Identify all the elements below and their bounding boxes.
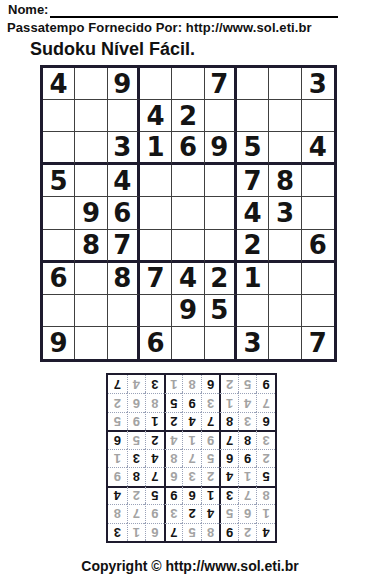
- solution-cell-r3c7: 5: [145, 486, 164, 504]
- cell-r4c5[interactable]: [172, 165, 204, 197]
- solution-cell-r5c8: 3: [127, 449, 146, 467]
- cell-r4c9[interactable]: [302, 165, 334, 197]
- cell-r4c4[interactable]: [140, 165, 172, 197]
- cell-r7c3: 8: [108, 263, 140, 295]
- cell-r1c5[interactable]: [172, 68, 204, 100]
- cell-r4c2[interactable]: [75, 165, 107, 197]
- cell-r5c8: 3: [269, 197, 301, 229]
- cell-r8c7[interactable]: [237, 295, 269, 327]
- solution-cell-r2c8: 7: [127, 504, 146, 522]
- cell-r8c4[interactable]: [140, 295, 172, 327]
- cell-r4c1: 5: [43, 165, 75, 197]
- solution-cell-r6c8: 5: [127, 430, 146, 448]
- cell-r1c6: 7: [205, 68, 237, 100]
- solution-cell-r8c4: 3: [201, 393, 220, 411]
- solution-cell-r1c6: 7: [164, 523, 183, 541]
- cell-r7c2[interactable]: [75, 263, 107, 295]
- solution-cell-r4c8: 8: [127, 467, 146, 485]
- solution-cell-r2c1: 1: [256, 504, 275, 522]
- solution-cell-r2c3: 5: [219, 504, 238, 522]
- solution-cell-r1c2: 2: [238, 523, 257, 541]
- solution-cell-r6c6: 4: [164, 430, 183, 448]
- solution-cell-r8c9: 2: [108, 393, 127, 411]
- cell-r5c4[interactable]: [140, 197, 172, 229]
- cell-r1c7[interactable]: [237, 68, 269, 100]
- solution-cell-r4c5: 3: [182, 467, 201, 485]
- solution-cell-r4c7: 7: [145, 467, 164, 485]
- cell-r7c4: 7: [140, 263, 172, 295]
- cell-r4c6[interactable]: [205, 165, 237, 197]
- cell-r7c9[interactable]: [302, 263, 334, 295]
- solution-cell-r4c6: 6: [164, 467, 183, 485]
- solution-cell-r7c1: 6: [256, 412, 275, 430]
- solution-cell-r8c2: 4: [238, 393, 257, 411]
- cell-r3c8[interactable]: [269, 132, 301, 165]
- cell-r6c8[interactable]: [269, 230, 301, 263]
- cell-r5c3: 6: [108, 197, 140, 229]
- cell-r9c8[interactable]: [269, 327, 301, 359]
- solution-cell-r1c3: 9: [219, 523, 238, 541]
- cell-r8c3[interactable]: [108, 295, 140, 327]
- solution-cell-r3c8: 2: [127, 486, 146, 504]
- cell-r8c6: 5: [205, 295, 237, 327]
- solution-cell-r6c1: 3: [256, 430, 275, 448]
- solution-cell-r2c2: 6: [238, 504, 257, 522]
- solution-cell-r5c1: 2: [256, 449, 275, 467]
- solution-cell-r7c9: 5: [108, 412, 127, 430]
- cell-r6c2: 8: [75, 230, 107, 263]
- solution-cell-r9c9: 7: [108, 375, 127, 393]
- cell-r2c3[interactable]: [108, 100, 140, 132]
- solution-cell-r6c9: 6: [108, 430, 127, 448]
- solution-cell-r5c7: 4: [145, 449, 164, 467]
- cell-r5c2: 9: [75, 197, 107, 229]
- cell-r8c2[interactable]: [75, 295, 107, 327]
- solution-cell-r7c5: 4: [182, 412, 201, 430]
- puzzle-grid: 497342316954547896438726687421959637: [40, 65, 337, 362]
- cell-r3c2[interactable]: [75, 132, 107, 165]
- cell-r9c5[interactable]: [172, 327, 204, 359]
- cell-r5c7: 4: [237, 197, 269, 229]
- cell-r6c6[interactable]: [205, 230, 237, 263]
- cell-r3c1[interactable]: [43, 132, 75, 165]
- cell-r3c7: 5: [237, 132, 269, 165]
- cell-r7c5: 4: [172, 263, 204, 295]
- solution-cell-r3c1: 8: [256, 486, 275, 504]
- cell-r3c3: 3: [108, 132, 140, 165]
- cell-r2c8[interactable]: [269, 100, 301, 132]
- solution-cell-r2c4: 4: [201, 504, 220, 522]
- solution-cell-r3c3: 3: [219, 486, 238, 504]
- provided-by-text: Passatempo Fornecido Por: http://www.sol…: [7, 20, 312, 35]
- cell-r1c9: 3: [302, 68, 334, 100]
- solution-cell-r4c4: 2: [201, 467, 220, 485]
- solution-cell-r2c9: 8: [108, 504, 127, 522]
- solution-cell-r9c2: 5: [238, 375, 257, 393]
- cell-r7c7: 1: [237, 263, 269, 295]
- cell-r9c2[interactable]: [75, 327, 107, 359]
- solution-cell-r9c7: 3: [145, 375, 164, 393]
- cell-r6c7: 2: [237, 230, 269, 263]
- cell-r5c1[interactable]: [43, 197, 75, 229]
- solution-cell-r1c4: 8: [201, 523, 220, 541]
- solution-cell-r1c9: 3: [108, 523, 127, 541]
- solution-cell-r4c1: 5: [256, 467, 275, 485]
- cell-r5c5[interactable]: [172, 197, 204, 229]
- solution-cell-r7c7: 1: [145, 412, 164, 430]
- solution-cell-r3c2: 7: [238, 486, 257, 504]
- solution-cell-r2c7: 9: [145, 504, 164, 522]
- cell-r9c1: 9: [43, 327, 75, 359]
- solution-cell-r9c1: 9: [256, 375, 275, 393]
- cell-r1c3: 9: [108, 68, 140, 100]
- cell-r6c1[interactable]: [43, 230, 75, 263]
- cell-r9c7: 3: [237, 327, 269, 359]
- cell-r3c4: 1: [140, 132, 172, 165]
- cell-r6c5[interactable]: [172, 230, 204, 263]
- name-line: Nome:: [8, 2, 338, 18]
- solution-cell-r9c4: 6: [201, 375, 220, 393]
- solution-cell-r5c3: 6: [219, 449, 238, 467]
- name-underline: [50, 3, 338, 18]
- solution-cell-r9c3: 2: [219, 375, 238, 393]
- cell-r8c5: 9: [172, 295, 204, 327]
- cell-r3c5: 6: [172, 132, 204, 165]
- cell-r1c2[interactable]: [75, 68, 107, 100]
- cell-r9c9: 7: [302, 327, 334, 359]
- cell-r9c3[interactable]: [108, 327, 140, 359]
- solution-cell-r3c6: 9: [164, 486, 183, 504]
- solution-cell-r9c8: 4: [127, 375, 146, 393]
- cell-r5c6[interactable]: [205, 197, 237, 229]
- solution-cell-r9c5: 8: [182, 375, 201, 393]
- cell-r9c6[interactable]: [205, 327, 237, 359]
- cell-r2c1[interactable]: [43, 100, 75, 132]
- solution-cell-r6c4: 9: [201, 430, 220, 448]
- solution-cell-r1c1: 4: [256, 523, 275, 541]
- cell-r6c9: 6: [302, 230, 334, 263]
- solution-cell-r4c2: 1: [238, 467, 257, 485]
- name-label: Nome:: [8, 2, 48, 18]
- cell-r1c4[interactable]: [140, 68, 172, 100]
- solution-cell-r3c4: 1: [201, 486, 220, 504]
- cell-r1c1: 4: [43, 68, 75, 100]
- solution-cell-r7c6: 2: [164, 412, 183, 430]
- solution-cell-r5c5: 7: [182, 449, 201, 467]
- cell-r4c8: 8: [269, 165, 301, 197]
- cell-r2c9[interactable]: [302, 100, 334, 132]
- solution-grid: 4298576131654239788731695245142367892965…: [106, 373, 277, 543]
- solution-cell-r7c2: 3: [238, 412, 257, 430]
- sudoku-worksheet: Nome: Passatempo Fornecido Por: http://w…: [0, 0, 380, 585]
- solution-cell-r3c9: 4: [108, 486, 127, 504]
- cell-r7c6: 2: [205, 263, 237, 295]
- solution-cell-r9c6: 1: [164, 375, 183, 393]
- cell-r4c7: 7: [237, 165, 269, 197]
- solution-cell-r7c4: 7: [201, 412, 220, 430]
- cell-r6c3: 7: [108, 230, 140, 263]
- solution-cell-r4c9: 9: [108, 467, 127, 485]
- solution-cell-r8c3: 1: [219, 393, 238, 411]
- solution-cell-r8c6: 5: [164, 393, 183, 411]
- cell-r3c6: 9: [205, 132, 237, 165]
- cell-r2c5: 2: [172, 100, 204, 132]
- solution-cell-r8c8: 6: [127, 393, 146, 411]
- solution-cell-r8c7: 8: [145, 393, 164, 411]
- cell-r2c6[interactable]: [205, 100, 237, 132]
- solution-cell-r7c3: 8: [219, 412, 238, 430]
- solution-cell-r6c5: 1: [182, 430, 201, 448]
- cell-r4c3: 4: [108, 165, 140, 197]
- solution-cell-r8c5: 9: [182, 393, 201, 411]
- cell-r7c8[interactable]: [269, 263, 301, 295]
- cell-r1c8[interactable]: [269, 68, 301, 100]
- cell-r7c1: 6: [43, 263, 75, 295]
- solution-cell-r6c3: 7: [219, 430, 238, 448]
- solution-cell-r5c2: 9: [238, 449, 257, 467]
- cell-r2c7[interactable]: [237, 100, 269, 132]
- solution-cell-r8c1: 7: [256, 393, 275, 411]
- solution-cell-r1c5: 5: [182, 523, 201, 541]
- cell-r8c8[interactable]: [269, 295, 301, 327]
- cell-r2c4: 4: [140, 100, 172, 132]
- solution-cell-r2c5: 2: [182, 504, 201, 522]
- cell-r2c2[interactable]: [75, 100, 107, 132]
- cell-r8c1[interactable]: [43, 295, 75, 327]
- solution-cell-r6c2: 8: [238, 430, 257, 448]
- solution-cell-r1c7: 6: [145, 523, 164, 541]
- cell-r8c9[interactable]: [302, 295, 334, 327]
- solution-cell-r7c8: 9: [127, 412, 146, 430]
- solution-cell-r5c9: 1: [108, 449, 127, 467]
- solution-cell-r1c8: 1: [127, 523, 146, 541]
- cell-r9c4: 6: [140, 327, 172, 359]
- page-title: Sudoku Nível Fácil.: [30, 39, 195, 60]
- solution-cell-r5c4: 5: [201, 449, 220, 467]
- solution-cell-r4c3: 4: [219, 467, 238, 485]
- solution-cell-r6c7: 2: [145, 430, 164, 448]
- cell-r3c9: 4: [302, 132, 334, 165]
- cell-r5c9[interactable]: [302, 197, 334, 229]
- cell-r6c4[interactable]: [140, 230, 172, 263]
- solution-cell-r5c6: 8: [164, 449, 183, 467]
- copyright-text: Copyright © http://www.sol.eti.br: [0, 558, 380, 574]
- solution-cell-r3c5: 6: [182, 486, 201, 504]
- solution-cell-r2c6: 3: [164, 504, 183, 522]
